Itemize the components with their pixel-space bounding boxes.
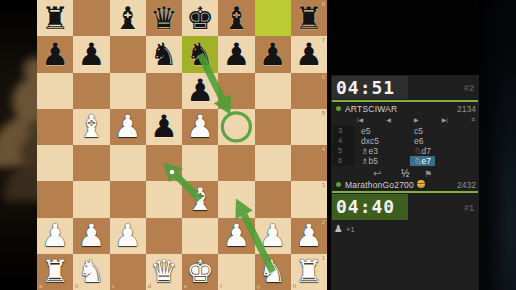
white-move[interactable]: dxc5 [354,136,410,146]
rank-label: 8 [322,1,325,7]
move-row: 4 dxc5 e6 [332,136,478,146]
pawn-icon: ♟ [334,223,343,235]
square-a4[interactable] [37,145,73,181]
square-h8[interactable]: ♜8 [291,0,327,36]
move-list-icon[interactable]: ≡ [471,117,475,123]
square-f2[interactable]: ♟ [218,218,254,254]
move-list: 3 e5 c5 4 dxc5 e6 5 ♗e3 ♘d7 6 ♗b5 ♘e7 [332,126,478,166]
rank-label: 3 [322,182,325,188]
square-e7[interactable]: ♞ [182,36,218,72]
move-row: 5 ♗e3 ♘d7 [332,146,478,156]
piece-black-pawn[interactable]: ♟ [77,39,105,70]
square-d3[interactable] [146,181,182,217]
piece-black-pawn[interactable]: ♟ [295,39,323,70]
square-f6[interactable] [218,73,254,109]
piece-white-pawn[interactable]: ♟ [259,220,287,251]
player-row-white: MarathonGo2700 2432 [331,179,479,190]
square-e1[interactable]: ♚e [182,254,218,290]
square-b7[interactable]: ♟ [73,36,109,72]
skip-to-start-icon[interactable]: |◀ [357,117,363,123]
square-g1[interactable]: ♞g [255,254,291,290]
piece-white-bishop[interactable]: ♝ [77,111,105,142]
square-d1[interactable]: ♛d [146,254,182,290]
file-label: a [39,283,42,289]
square-h3[interactable]: 3 [291,181,327,217]
online-status-dot [336,106,341,111]
piece-black-pawn[interactable]: ♟ [259,39,287,70]
move-navigation-controls: |◀ ◀ ▶ ▶| ≡ [357,115,475,125]
square-c5[interactable]: ♟ [110,109,146,145]
rank-label: 6 [322,74,325,80]
square-g4[interactable] [255,145,291,181]
player-name: ARTSCIWAR [345,104,397,114]
file-label: g [257,283,260,289]
square-f1[interactable]: f [218,254,254,290]
square-g6[interactable] [255,73,291,109]
square-g3[interactable] [255,181,291,217]
file-label: h [293,283,296,289]
square-a5[interactable] [37,109,73,145]
black-move-selected[interactable]: ♘e7 [410,156,435,166]
material-value: +1 [346,224,355,236]
square-d4[interactable] [146,145,182,181]
piece-white-pawn[interactable]: ♟ [114,220,142,251]
rank-label: 1 [322,255,325,261]
square-f8[interactable]: ♝ [218,0,254,36]
white-player-clock-active: 04:40 [332,194,408,220]
square-g8[interactable] [255,0,291,36]
square-f4[interactable] [218,145,254,181]
game-sidebar: 04:51 #2 ARTSCIWAR 2134 |◀ ◀ ▶ ▶| ≡ 3 e5… [331,75,479,290]
square-c1[interactable]: c [110,254,146,290]
piece-black-pawn[interactable]: ♟ [186,75,214,106]
board-number-tag-1: #1 [464,203,474,213]
square-b1[interactable]: ♞b [73,254,109,290]
chess-board[interactable]: ♜♝♛♚♝♜8♟♟♞♞♟♟♟7♟6♝♟♟♟54♝3♟♟♟♟♟♟2♜a♞bc♛d♚… [37,0,327,290]
move-number: 6 [332,156,354,166]
accent-divider [332,191,478,193]
square-a2[interactable]: ♟ [37,218,73,254]
square-h6[interactable]: 6 [291,73,327,109]
square-g7[interactable]: ♟ [255,36,291,72]
piece-white-pawn[interactable]: ♟ [186,111,214,142]
player-name: MarathonGo2700 [345,180,414,190]
square-c6[interactable] [110,73,146,109]
piece-black-rook[interactable]: ♜ [41,3,69,34]
white-move[interactable]: ♗e3 [354,146,410,156]
online-status-dot [336,182,341,187]
square-h2[interactable]: ♟2 [291,218,327,254]
piece-black-rook[interactable]: ♜ [295,3,323,34]
piece-white-queen[interactable]: ♛ [150,256,178,287]
square-d6[interactable] [146,73,182,109]
black-player-clock: 04:51 [332,76,408,99]
square-d2[interactable] [146,218,182,254]
black-move[interactable]: ♘d7 [410,146,435,156]
rank-label: 5 [322,110,325,116]
square-h7[interactable]: ♟7 [291,36,327,72]
file-label: d [148,283,151,289]
square-d5[interactable]: ♟ [146,109,182,145]
square-b8[interactable] [73,0,109,36]
rank-label: 4 [322,146,325,152]
square-e4[interactable] [182,145,218,181]
square-d7[interactable]: ♞ [146,36,182,72]
piece-white-pawn[interactable]: ♟ [114,111,142,142]
file-label: b [75,283,78,289]
square-b5[interactable]: ♝ [73,109,109,145]
black-move[interactable]: e6 [410,136,427,146]
blurred-pawn-photo: ♟ [0,108,37,218]
square-b4[interactable] [73,145,109,181]
piece-black-pawn[interactable]: ♟ [222,39,250,70]
move-number: 4 [332,136,354,146]
square-d8[interactable]: ♛ [146,0,182,36]
piece-white-pawn[interactable]: ♟ [295,220,323,251]
piece-black-pawn[interactable]: ♟ [41,39,69,70]
piece-white-rook[interactable]: ♜ [41,256,69,287]
black-move[interactable]: c5 [410,126,427,136]
square-f7[interactable]: ♟ [218,36,254,72]
background-photo-right [479,0,516,290]
square-a8[interactable]: ♜ [37,0,73,36]
square-f5[interactable] [218,109,254,145]
piece-black-bishop[interactable]: ♝ [222,3,250,34]
square-a6[interactable] [37,73,73,109]
move-number: 5 [332,146,354,156]
step-forward-icon[interactable]: ▶ [414,117,419,123]
file-label: c [112,283,115,289]
piece-black-knight[interactable]: ♞ [186,39,214,70]
square-e2[interactable] [182,218,218,254]
square-c7[interactable] [110,36,146,72]
piece-black-queen[interactable]: ♛ [150,3,178,34]
square-c3[interactable] [110,181,146,217]
square-c8[interactable]: ♝ [110,0,146,36]
move-row: 6 ♗b5 ♘e7 [332,156,478,166]
piece-white-rook[interactable]: ♜ [295,256,323,287]
white-move[interactable]: ♗b5 [354,156,410,166]
rank-label: 2 [322,219,325,225]
file-label: e [184,283,187,289]
piece-white-knight[interactable]: ♞ [77,256,105,287]
move-number: 3 [332,126,354,136]
square-e8[interactable]: ♚ [182,0,218,36]
move-row: 3 e5 c5 [332,126,478,136]
skip-to-end-icon[interactable]: ▶| [442,117,448,123]
piece-black-bishop[interactable]: ♝ [114,3,142,34]
player-rating: 2432 [457,180,476,190]
square-a7[interactable]: ♟ [37,36,73,72]
app-window: ♟ ♟ ♜♝♛♚♝♜8♟♟♞♞♟♟♟7♟6♝♟♟♟54♝3♟♟♟♟♟♟2♜a♞b… [0,0,516,290]
piece-white-knight[interactable]: ♞ [259,256,287,287]
piece-black-knight[interactable]: ♞ [150,39,178,70]
player-rating: 2134 [457,104,476,114]
square-a3[interactable] [37,181,73,217]
piece-white-pawn[interactable]: ♟ [222,220,250,251]
square-b2[interactable]: ♟ [73,218,109,254]
piece-white-pawn[interactable]: ♟ [77,220,105,251]
square-g2[interactable]: ♟ [255,218,291,254]
square-b3[interactable] [73,181,109,217]
piece-black-king[interactable]: ♚ [186,3,214,34]
piece-white-bishop[interactable]: ♝ [186,184,214,215]
square-a1[interactable]: ♜a [37,254,73,290]
square-e3[interactable]: ♝ [182,181,218,217]
rank-label: 7 [322,37,325,43]
white-move[interactable]: e5 [354,126,410,136]
square-g5[interactable] [255,109,291,145]
piece-white-pawn[interactable]: ♟ [41,220,69,251]
square-c2[interactable]: ♟ [110,218,146,254]
accent-divider [332,100,478,102]
file-label: f [220,283,222,289]
background-photo-left: ♟ ♟ [0,0,37,290]
square-h1[interactable]: ♜1h [291,254,327,290]
piece-white-king[interactable]: ♚ [186,256,214,287]
square-h4[interactable]: 4 [291,145,327,181]
square-f3[interactable] [218,181,254,217]
square-c4[interactable] [110,145,146,181]
square-h5[interactable]: 5 [291,109,327,145]
square-e6[interactable]: ♟ [182,73,218,109]
player-row-black: ARTSCIWAR 2134 [331,103,479,114]
board-number-tag-2: #2 [464,83,474,93]
player-emoji-badge [417,180,425,188]
piece-black-pawn[interactable]: ♟ [150,111,178,142]
square-e5[interactable]: ♟ [182,109,218,145]
square-b6[interactable] [73,73,109,109]
step-back-icon[interactable]: ◀ [386,117,391,123]
